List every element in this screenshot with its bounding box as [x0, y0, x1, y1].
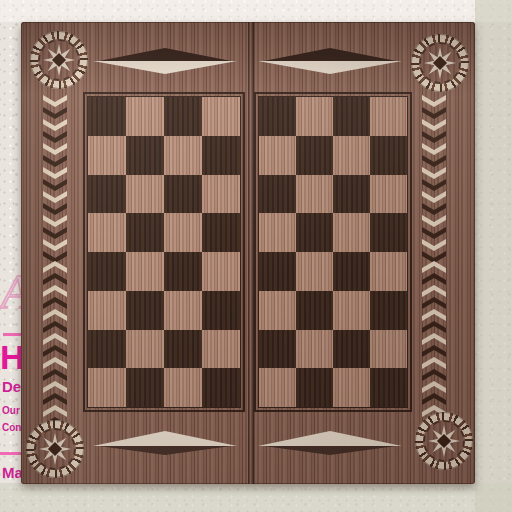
board-square	[126, 97, 164, 136]
board-square	[164, 97, 202, 136]
inlay-diamond-top-left	[93, 48, 237, 74]
medallion-top-right	[411, 34, 469, 92]
chevron-inlay-icon	[422, 143, 446, 155]
board-square	[202, 368, 240, 407]
board-square	[370, 175, 407, 214]
board-square	[259, 175, 296, 214]
chevron-inlay-icon	[43, 179, 67, 191]
chevron-inlay-icon	[422, 227, 446, 239]
board-square	[333, 252, 370, 291]
inlay-diamond-bottom-left	[93, 431, 237, 457]
board-square	[126, 175, 164, 214]
board-square	[164, 175, 202, 214]
medallion-bottom-left	[26, 420, 84, 478]
board-square	[296, 291, 333, 330]
board-square	[333, 97, 370, 136]
chevron-inlay-icon	[422, 297, 446, 309]
board-square	[296, 368, 333, 407]
board-square	[296, 213, 333, 252]
board-square	[259, 330, 296, 369]
board-square	[333, 213, 370, 252]
chevron-inlay-icon	[422, 357, 446, 369]
chevron-inlay-icon	[422, 261, 446, 273]
chevron-inlay-icon	[43, 297, 67, 309]
chevron-inlay-icon	[422, 239, 446, 251]
inlay-diamond-bottom-right	[258, 431, 402, 457]
board-square	[259, 213, 296, 252]
board-square	[370, 330, 407, 369]
board-square	[164, 291, 202, 330]
checkerboard-grid-left	[87, 96, 241, 408]
chevron-inlay-icon	[422, 191, 446, 203]
board-square	[296, 97, 333, 136]
checkerboard-grid-right	[258, 96, 408, 408]
medallion-top-left	[30, 31, 88, 89]
board-square	[296, 136, 333, 175]
chevron-inlay-icon	[422, 203, 446, 215]
board-square	[202, 213, 240, 252]
wall-bottom-band	[0, 483, 512, 512]
board-square	[164, 330, 202, 369]
board-square	[333, 136, 370, 175]
board-square	[370, 368, 407, 407]
chevron-column-right-bottom	[422, 261, 446, 419]
chevron-column-right-top	[422, 95, 446, 253]
wall-right-band	[475, 0, 512, 512]
board-square	[126, 136, 164, 175]
game-board	[21, 22, 475, 484]
chevron-inlay-icon	[43, 143, 67, 155]
board-square	[88, 368, 126, 407]
board-fold-seam	[248, 22, 254, 484]
eight-point-star-icon	[424, 47, 456, 79]
scene: A H Dec Our l Conv Mad	[0, 0, 512, 512]
chevron-inlay-icon	[43, 95, 67, 107]
chevron-inlay-icon	[422, 167, 446, 179]
chevron-inlay-icon	[43, 309, 67, 321]
chevron-inlay-icon	[43, 131, 67, 143]
chevron-column-left-bottom	[43, 261, 67, 419]
chevron-inlay-icon	[43, 191, 67, 203]
chevron-inlay-icon	[422, 381, 446, 393]
inlay-diamond-top-right	[258, 48, 402, 74]
board-square	[202, 175, 240, 214]
chevron-inlay-icon	[43, 345, 67, 357]
board-square	[296, 252, 333, 291]
board-square	[126, 330, 164, 369]
board-square	[259, 368, 296, 407]
board-square	[333, 368, 370, 407]
board-square	[202, 252, 240, 291]
board-square	[259, 252, 296, 291]
board-square	[88, 252, 126, 291]
board-square	[202, 97, 240, 136]
board-square	[88, 175, 126, 214]
board-square	[126, 252, 164, 291]
chevron-inlay-icon	[422, 309, 446, 321]
chevron-inlay-icon	[43, 273, 67, 285]
chevron-inlay-icon	[43, 357, 67, 369]
chevron-inlay-icon	[422, 345, 446, 357]
board-square	[370, 252, 407, 291]
board-square	[126, 368, 164, 407]
chevron-inlay-icon	[43, 203, 67, 215]
rope-ring	[34, 428, 76, 470]
board-square	[296, 330, 333, 369]
chevron-inlay-icon	[422, 333, 446, 345]
board-square	[333, 175, 370, 214]
chevron-inlay-icon	[43, 119, 67, 131]
chevron-inlay-icon	[43, 321, 67, 333]
chevron-inlay-icon	[422, 215, 446, 227]
eight-point-star-icon	[43, 44, 75, 76]
board-square	[88, 136, 126, 175]
chevron-inlay-icon	[422, 155, 446, 167]
chevron-inlay-icon	[43, 381, 67, 393]
chevron-inlay-icon	[43, 167, 67, 179]
board-square	[259, 136, 296, 175]
checkerboard-left-half	[83, 92, 245, 412]
chevron-inlay-icon	[43, 369, 67, 381]
board-square	[333, 291, 370, 330]
chevron-inlay-icon	[43, 405, 67, 417]
chevron-column-left-top	[43, 95, 67, 253]
board-square	[126, 291, 164, 330]
chevron-inlay-icon	[422, 107, 446, 119]
board-square	[88, 97, 126, 136]
chevron-inlay-icon	[43, 215, 67, 227]
chevron-inlay-icon	[422, 393, 446, 405]
board-square	[164, 368, 202, 407]
board-square	[164, 213, 202, 252]
board-square	[88, 291, 126, 330]
board-square	[259, 291, 296, 330]
board-square	[202, 291, 240, 330]
chevron-inlay-icon	[422, 95, 446, 107]
chevron-inlay-icon	[43, 393, 67, 405]
rope-ring	[419, 42, 461, 84]
board-square	[88, 330, 126, 369]
chevron-inlay-icon	[43, 155, 67, 167]
checkerboard-right-half	[254, 92, 412, 412]
board-square	[333, 330, 370, 369]
chevron-inlay-icon	[422, 131, 446, 143]
chevron-inlay-icon	[422, 369, 446, 381]
chevron-inlay-icon	[43, 285, 67, 297]
board-square	[164, 136, 202, 175]
chevron-inlay-icon	[422, 273, 446, 285]
medallion-bottom-right	[415, 412, 473, 470]
board-square	[126, 213, 164, 252]
board-square	[370, 136, 407, 175]
board-square	[202, 136, 240, 175]
chevron-inlay-icon	[43, 261, 67, 273]
chevron-inlay-icon	[43, 239, 67, 251]
board-square	[296, 175, 333, 214]
sign-underline	[3, 333, 23, 336]
chevron-inlay-icon	[43, 107, 67, 119]
board-square	[370, 97, 407, 136]
board-square	[259, 97, 296, 136]
board-square	[202, 330, 240, 369]
eight-point-star-icon	[428, 425, 460, 457]
chevron-inlay-icon	[43, 333, 67, 345]
chevron-inlay-icon	[422, 321, 446, 333]
board-square	[164, 252, 202, 291]
wall-top-band	[0, 0, 512, 22]
board-square	[370, 291, 407, 330]
chevron-inlay-icon	[422, 285, 446, 297]
board-square	[370, 213, 407, 252]
eight-point-star-icon	[39, 433, 71, 465]
rope-ring	[38, 39, 80, 81]
chevron-inlay-icon	[422, 179, 446, 191]
chevron-inlay-icon	[422, 119, 446, 131]
chevron-inlay-icon	[43, 227, 67, 239]
board-square	[88, 213, 126, 252]
rope-ring	[423, 420, 465, 462]
